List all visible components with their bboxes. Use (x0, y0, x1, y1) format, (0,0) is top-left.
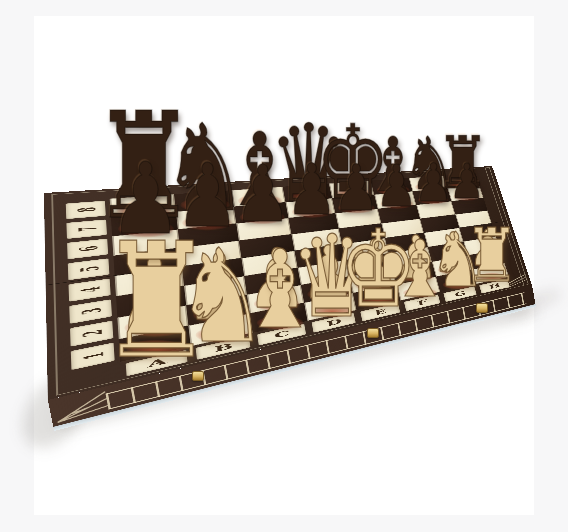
file-label-text: D (326, 317, 343, 328)
rank-label-text: 3 (76, 306, 105, 316)
rank-label-7: 7 (66, 219, 107, 239)
rank-label-text: 5 (74, 265, 103, 273)
rank-label-text: 7 (73, 225, 101, 232)
rank-label-6: 6 (67, 239, 108, 260)
rank-label-1: 1 (71, 343, 115, 371)
rank-label-text: 2 (77, 328, 107, 339)
file-label-text: B (214, 341, 234, 354)
rank-label-4: 4 (69, 278, 111, 301)
rank-label-8: 8 (66, 201, 106, 219)
rank-label-text: 6 (74, 245, 102, 253)
rank-label-text: 4 (75, 285, 104, 294)
file-label-text: F (417, 298, 429, 307)
file-label-text: H (488, 282, 501, 291)
rank-label-3: 3 (69, 299, 112, 324)
file-label-text: E (374, 307, 388, 317)
rank-label-text: 8 (72, 206, 100, 213)
brass-clasp (192, 371, 204, 381)
page-background: 87654321 ABCDEFGH ♜♞♝♛♚♝♞♜♟♟♟♟♟♟♟♟♟♟♟♟♟♟… (0, 0, 568, 532)
brass-clasp (367, 328, 379, 338)
file-label-text: A (147, 356, 167, 370)
file-label-text: G (454, 289, 467, 298)
rank-label-text: 1 (78, 350, 108, 362)
brass-clasp (476, 303, 488, 313)
file-label-text: C (274, 329, 291, 341)
